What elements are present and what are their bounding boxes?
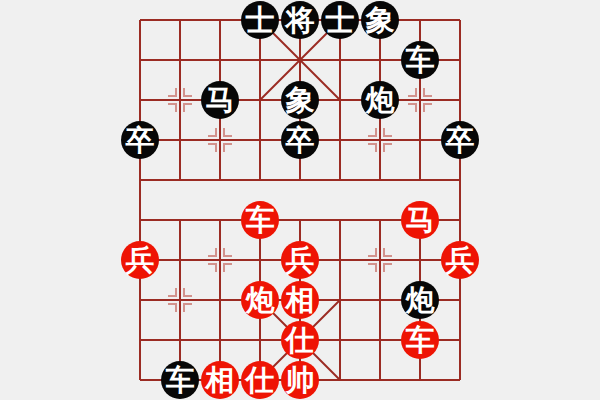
point-3-0: 士 bbox=[240, 0, 280, 40]
point-4-9: 帅 bbox=[280, 360, 320, 400]
point-3-8 bbox=[240, 320, 280, 360]
point-2-4 bbox=[200, 160, 240, 200]
point-5-0: 士 bbox=[320, 0, 360, 40]
point-4-1 bbox=[280, 40, 320, 80]
point-1-7 bbox=[160, 280, 200, 320]
point-3-2 bbox=[240, 80, 280, 120]
black-soldier[interactable]: 卒 bbox=[441, 121, 479, 159]
point-4-8: 仕 bbox=[280, 320, 320, 360]
point-6-8 bbox=[360, 320, 400, 360]
point-7-2 bbox=[400, 80, 440, 120]
xiangqi-board: 士将士象车马象炮卒卒卒车马兵兵兵炮相炮仕车车相仕帅 bbox=[0, 0, 600, 400]
point-1-8 bbox=[160, 320, 200, 360]
point-1-2 bbox=[160, 80, 200, 120]
point-1-9: 车 bbox=[160, 360, 200, 400]
point-2-2: 马 bbox=[200, 80, 240, 120]
red-advisor[interactable]: 仕 bbox=[281, 321, 319, 359]
point-2-7 bbox=[200, 280, 240, 320]
black-cannon[interactable]: 炮 bbox=[401, 281, 439, 319]
point-7-5: 马 bbox=[400, 200, 440, 240]
point-3-6 bbox=[240, 240, 280, 280]
point-6-2: 炮 bbox=[360, 80, 400, 120]
point-0-4 bbox=[120, 160, 160, 200]
red-general[interactable]: 帅 bbox=[281, 361, 319, 399]
point-5-8 bbox=[320, 320, 360, 360]
point-4-6: 兵 bbox=[280, 240, 320, 280]
red-soldier[interactable]: 兵 bbox=[121, 241, 159, 279]
point-5-1 bbox=[320, 40, 360, 80]
point-4-3: 卒 bbox=[280, 120, 320, 160]
point-5-9 bbox=[320, 360, 360, 400]
point-8-8 bbox=[440, 320, 480, 360]
point-3-1 bbox=[240, 40, 280, 80]
point-1-5 bbox=[160, 200, 200, 240]
point-6-6 bbox=[360, 240, 400, 280]
red-elephant[interactable]: 相 bbox=[281, 281, 319, 319]
point-8-4 bbox=[440, 160, 480, 200]
black-advisor[interactable]: 士 bbox=[241, 1, 279, 39]
point-3-9: 仕 bbox=[240, 360, 280, 400]
point-7-6 bbox=[400, 240, 440, 280]
point-1-1 bbox=[160, 40, 200, 80]
point-0-8 bbox=[120, 320, 160, 360]
point-5-4 bbox=[320, 160, 360, 200]
point-5-3 bbox=[320, 120, 360, 160]
board-intersections: 士将士象车马象炮卒卒卒车马兵兵兵炮相炮仕车车相仕帅 bbox=[120, 0, 480, 400]
point-8-5 bbox=[440, 200, 480, 240]
red-soldier[interactable]: 兵 bbox=[441, 241, 479, 279]
black-chariot[interactable]: 车 bbox=[401, 41, 439, 79]
point-2-1 bbox=[200, 40, 240, 80]
red-advisor[interactable]: 仕 bbox=[241, 361, 279, 399]
point-7-0 bbox=[400, 0, 440, 40]
point-5-7 bbox=[320, 280, 360, 320]
point-7-9 bbox=[400, 360, 440, 400]
red-chariot[interactable]: 车 bbox=[401, 321, 439, 359]
point-6-0: 象 bbox=[360, 0, 400, 40]
point-5-6 bbox=[320, 240, 360, 280]
point-6-5 bbox=[360, 200, 400, 240]
point-5-2 bbox=[320, 80, 360, 120]
point-7-4 bbox=[400, 160, 440, 200]
point-2-0 bbox=[200, 0, 240, 40]
point-0-2 bbox=[120, 80, 160, 120]
black-elephant[interactable]: 象 bbox=[281, 81, 319, 119]
black-soldier[interactable]: 卒 bbox=[281, 121, 319, 159]
point-1-3 bbox=[160, 120, 200, 160]
black-chariot[interactable]: 车 bbox=[161, 361, 199, 399]
black-horse[interactable]: 马 bbox=[201, 81, 239, 119]
point-8-1 bbox=[440, 40, 480, 80]
point-0-5 bbox=[120, 200, 160, 240]
point-8-6: 兵 bbox=[440, 240, 480, 280]
red-soldier[interactable]: 兵 bbox=[281, 241, 319, 279]
point-0-3: 卒 bbox=[120, 120, 160, 160]
point-8-9 bbox=[440, 360, 480, 400]
point-6-1 bbox=[360, 40, 400, 80]
point-6-7 bbox=[360, 280, 400, 320]
point-1-4 bbox=[160, 160, 200, 200]
point-3-4 bbox=[240, 160, 280, 200]
point-6-9 bbox=[360, 360, 400, 400]
red-cannon[interactable]: 炮 bbox=[241, 281, 279, 319]
point-0-9 bbox=[120, 360, 160, 400]
point-2-5 bbox=[200, 200, 240, 240]
point-4-2: 象 bbox=[280, 80, 320, 120]
point-8-0 bbox=[440, 0, 480, 40]
point-7-8: 车 bbox=[400, 320, 440, 360]
black-advisor[interactable]: 士 bbox=[321, 1, 359, 39]
point-8-7 bbox=[440, 280, 480, 320]
point-4-4 bbox=[280, 160, 320, 200]
point-2-6 bbox=[200, 240, 240, 280]
red-horse[interactable]: 马 bbox=[401, 201, 439, 239]
red-elephant[interactable]: 相 bbox=[201, 361, 239, 399]
point-0-0 bbox=[120, 0, 160, 40]
point-2-9: 相 bbox=[200, 360, 240, 400]
point-5-5 bbox=[320, 200, 360, 240]
point-3-7: 炮 bbox=[240, 280, 280, 320]
point-7-7: 炮 bbox=[400, 280, 440, 320]
point-7-1: 车 bbox=[400, 40, 440, 80]
point-0-1 bbox=[120, 40, 160, 80]
point-1-0 bbox=[160, 0, 200, 40]
point-3-3 bbox=[240, 120, 280, 160]
black-elephant[interactable]: 象 bbox=[361, 1, 399, 39]
point-7-3 bbox=[400, 120, 440, 160]
point-8-2 bbox=[440, 80, 480, 120]
point-2-8 bbox=[200, 320, 240, 360]
point-0-7 bbox=[120, 280, 160, 320]
point-1-6 bbox=[160, 240, 200, 280]
point-4-7: 相 bbox=[280, 280, 320, 320]
point-3-5: 车 bbox=[240, 200, 280, 240]
black-cannon[interactable]: 炮 bbox=[361, 81, 399, 119]
point-0-6: 兵 bbox=[120, 240, 160, 280]
black-general[interactable]: 将 bbox=[281, 1, 319, 39]
point-6-3 bbox=[360, 120, 400, 160]
point-8-3: 卒 bbox=[440, 120, 480, 160]
point-4-0: 将 bbox=[280, 0, 320, 40]
point-4-5 bbox=[280, 200, 320, 240]
red-chariot[interactable]: 车 bbox=[241, 201, 279, 239]
black-soldier[interactable]: 卒 bbox=[121, 121, 159, 159]
point-6-4 bbox=[360, 160, 400, 200]
point-2-3 bbox=[200, 120, 240, 160]
